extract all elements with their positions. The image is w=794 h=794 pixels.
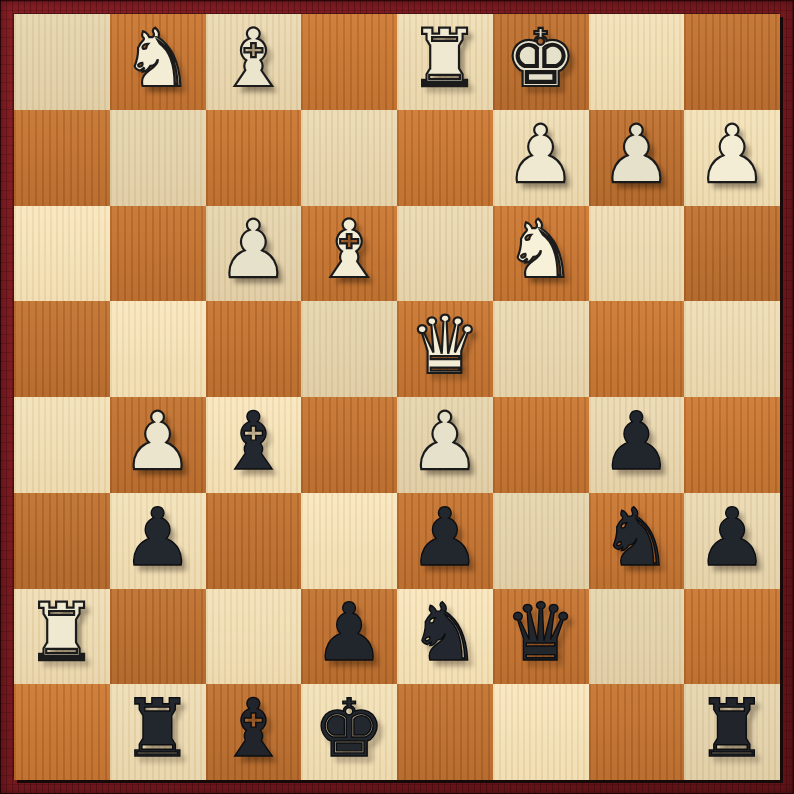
square-h2[interactable] [14, 110, 110, 206]
white-pawn: ♟ [122, 402, 194, 482]
square-c7[interactable]: ♛ [493, 589, 589, 685]
square-g3[interactable] [110, 206, 206, 302]
white-pawn: ♟ [505, 115, 577, 195]
square-c6[interactable] [493, 493, 589, 589]
square-b8[interactable] [589, 684, 685, 780]
white-pawn: ♟ [409, 402, 481, 482]
square-h4[interactable] [14, 301, 110, 397]
square-h8[interactable] [14, 684, 110, 780]
white-pawn: ♟ [601, 115, 673, 195]
black-rook: ♜ [696, 689, 768, 769]
square-a5[interactable] [684, 397, 780, 493]
board-frame: ♞♝♜♚♟♟♟♟♝♞♛♟♝♟♟♟♟♞♟♜♟♞♛♜♝♚♜ [0, 0, 794, 794]
square-h5[interactable] [14, 397, 110, 493]
square-e1[interactable] [301, 14, 397, 110]
square-d8[interactable] [397, 684, 493, 780]
square-d6[interactable]: ♟ [397, 493, 493, 589]
black-bishop: ♝ [218, 689, 290, 769]
square-e3[interactable]: ♝ [301, 206, 397, 302]
square-a4[interactable] [684, 301, 780, 397]
square-g2[interactable] [110, 110, 206, 206]
square-f5[interactable]: ♝ [206, 397, 302, 493]
square-c3[interactable]: ♞ [493, 206, 589, 302]
square-a6[interactable]: ♟ [684, 493, 780, 589]
square-h3[interactable] [14, 206, 110, 302]
black-rook: ♜ [122, 689, 194, 769]
square-b1[interactable] [589, 14, 685, 110]
square-f6[interactable] [206, 493, 302, 589]
square-b6[interactable]: ♞ [589, 493, 685, 589]
square-e8[interactable]: ♚ [301, 684, 397, 780]
square-e5[interactable] [301, 397, 397, 493]
square-b3[interactable] [589, 206, 685, 302]
square-g7[interactable] [110, 589, 206, 685]
square-a8[interactable]: ♜ [684, 684, 780, 780]
square-c5[interactable] [493, 397, 589, 493]
square-g4[interactable] [110, 301, 206, 397]
black-pawn: ♟ [122, 498, 194, 578]
square-d3[interactable] [397, 206, 493, 302]
square-f4[interactable] [206, 301, 302, 397]
square-c2[interactable]: ♟ [493, 110, 589, 206]
square-d4[interactable]: ♛ [397, 301, 493, 397]
square-f1[interactable]: ♝ [206, 14, 302, 110]
square-b2[interactable]: ♟ [589, 110, 685, 206]
square-e4[interactable] [301, 301, 397, 397]
white-king: ♚ [505, 19, 577, 99]
square-e7[interactable]: ♟ [301, 589, 397, 685]
black-pawn: ♟ [601, 402, 673, 482]
square-c1[interactable]: ♚ [493, 14, 589, 110]
black-queen: ♛ [505, 593, 577, 673]
square-h7[interactable]: ♜ [14, 589, 110, 685]
square-g1[interactable]: ♞ [110, 14, 206, 110]
white-knight: ♞ [122, 19, 194, 99]
square-d2[interactable] [397, 110, 493, 206]
black-pawn: ♟ [409, 498, 481, 578]
black-pawn: ♟ [696, 498, 768, 578]
square-e6[interactable] [301, 493, 397, 589]
square-d1[interactable]: ♜ [397, 14, 493, 110]
square-f7[interactable] [206, 589, 302, 685]
square-a2[interactable]: ♟ [684, 110, 780, 206]
white-queen: ♛ [409, 306, 481, 386]
square-f2[interactable] [206, 110, 302, 206]
square-f8[interactable]: ♝ [206, 684, 302, 780]
square-g8[interactable]: ♜ [110, 684, 206, 780]
square-g6[interactable]: ♟ [110, 493, 206, 589]
square-h6[interactable] [14, 493, 110, 589]
square-c4[interactable] [493, 301, 589, 397]
white-bishop: ♝ [218, 19, 290, 99]
black-bishop: ♝ [218, 402, 290, 482]
white-rook: ♜ [26, 593, 98, 673]
square-f3[interactable]: ♟ [206, 206, 302, 302]
black-king: ♚ [313, 689, 385, 769]
square-b7[interactable] [589, 589, 685, 685]
square-b5[interactable]: ♟ [589, 397, 685, 493]
square-e2[interactable] [301, 110, 397, 206]
square-c8[interactable] [493, 684, 589, 780]
square-a1[interactable] [684, 14, 780, 110]
square-h1[interactable] [14, 14, 110, 110]
white-rook: ♜ [409, 19, 481, 99]
square-b4[interactable] [589, 301, 685, 397]
square-a3[interactable] [684, 206, 780, 302]
chess-board: ♞♝♜♚♟♟♟♟♝♞♛♟♝♟♟♟♟♞♟♜♟♞♛♜♝♚♜ [14, 14, 780, 780]
square-g5[interactable]: ♟ [110, 397, 206, 493]
white-pawn: ♟ [696, 115, 768, 195]
white-pawn: ♟ [218, 210, 290, 290]
black-knight: ♞ [409, 593, 481, 673]
black-knight: ♞ [601, 498, 673, 578]
square-d5[interactable]: ♟ [397, 397, 493, 493]
white-bishop: ♝ [313, 210, 385, 290]
square-a7[interactable] [684, 589, 780, 685]
white-knight: ♞ [505, 210, 577, 290]
square-d7[interactable]: ♞ [397, 589, 493, 685]
black-pawn: ♟ [313, 593, 385, 673]
